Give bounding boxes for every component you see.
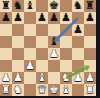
piece-white-queen-d1[interactable]: ♛ bbox=[36, 84, 48, 96]
square-g2[interactable]: ♟ bbox=[72, 72, 84, 84]
chess-app-window: ♜♞♝♚♞♜♟♟♟♟♟♟♟♝♟♟♟♟♝♞♟♟♜♞♛♚♝♜ bbox=[0, 0, 100, 98]
square-c7[interactable] bbox=[24, 12, 36, 24]
piece-black-pawn-h7[interactable]: ♟ bbox=[84, 12, 96, 24]
square-g5[interactable] bbox=[72, 36, 84, 48]
square-f4[interactable] bbox=[60, 48, 72, 60]
piece-white-pawn-e4[interactable]: ♟ bbox=[48, 48, 60, 60]
square-h6[interactable] bbox=[84, 24, 96, 36]
square-f5[interactable] bbox=[60, 36, 72, 48]
piece-white-king-e1[interactable]: ♚ bbox=[48, 84, 60, 96]
square-g8[interactable]: ♞ bbox=[72, 0, 84, 12]
square-b1[interactable]: ♞ bbox=[12, 84, 24, 96]
square-e4[interactable]: ♟ bbox=[48, 48, 60, 60]
square-h4[interactable] bbox=[84, 48, 96, 60]
piece-black-pawn-f7[interactable]: ♟ bbox=[60, 12, 72, 24]
square-e3[interactable] bbox=[48, 60, 60, 72]
square-f1[interactable]: ♝ bbox=[60, 84, 72, 96]
square-g1[interactable] bbox=[72, 84, 84, 96]
square-f6[interactable] bbox=[60, 24, 72, 36]
square-a1[interactable]: ♜ bbox=[0, 84, 12, 96]
square-e1[interactable]: ♚ bbox=[48, 84, 60, 96]
square-d5[interactable] bbox=[36, 36, 48, 48]
square-a4[interactable] bbox=[0, 48, 12, 60]
square-d7[interactable]: ♟ bbox=[36, 12, 48, 24]
square-a6[interactable] bbox=[0, 24, 12, 36]
square-c5[interactable] bbox=[24, 36, 36, 48]
square-d1[interactable]: ♛ bbox=[36, 84, 48, 96]
square-a5[interactable] bbox=[0, 36, 12, 48]
square-d4[interactable] bbox=[36, 48, 48, 60]
piece-black-pawn-d7[interactable]: ♟ bbox=[36, 12, 48, 24]
square-h5[interactable] bbox=[84, 36, 96, 48]
piece-white-pawn-g2[interactable]: ♟ bbox=[72, 72, 84, 84]
square-e7[interactable]: ♟ bbox=[48, 12, 60, 24]
square-c6[interactable] bbox=[24, 24, 36, 36]
piece-white-rook-h1[interactable]: ♜ bbox=[84, 84, 96, 96]
square-h1[interactable]: ♜ bbox=[84, 84, 96, 96]
square-b4[interactable] bbox=[12, 48, 24, 60]
piece-white-pawn-c3[interactable]: ♟ bbox=[24, 60, 36, 72]
square-c1[interactable] bbox=[24, 84, 36, 96]
square-c3[interactable]: ♟ bbox=[24, 60, 36, 72]
piece-black-knight-g8[interactable]: ♞ bbox=[72, 0, 84, 12]
square-a7[interactable]: ♟ bbox=[0, 12, 12, 24]
square-b5[interactable] bbox=[12, 36, 24, 48]
piece-black-bishop-c8[interactable]: ♝ bbox=[24, 0, 36, 12]
piece-white-knight-b1[interactable]: ♞ bbox=[12, 84, 24, 96]
chess-board[interactable]: ♜♞♝♚♞♜♟♟♟♟♟♟♟♝♟♟♟♟♝♞♟♟♜♞♛♚♝♜ bbox=[0, 0, 96, 96]
square-f7[interactable]: ♟ bbox=[60, 12, 72, 24]
square-c8[interactable]: ♝ bbox=[24, 0, 36, 12]
piece-black-pawn-a7[interactable]: ♟ bbox=[0, 12, 12, 24]
square-c2[interactable] bbox=[24, 72, 36, 84]
piece-black-pawn-g6[interactable]: ♟ bbox=[72, 24, 84, 36]
piece-white-rook-a1[interactable]: ♜ bbox=[0, 84, 12, 96]
piece-white-bishop-f1[interactable]: ♝ bbox=[60, 84, 72, 96]
piece-black-pawn-e7[interactable]: ♟ bbox=[48, 12, 60, 24]
square-b7[interactable]: ♟ bbox=[12, 12, 24, 24]
square-b6[interactable] bbox=[12, 24, 24, 36]
square-d6[interactable] bbox=[36, 24, 48, 36]
piece-black-pawn-b7[interactable]: ♟ bbox=[12, 12, 24, 24]
square-g4[interactable] bbox=[72, 48, 84, 60]
square-h7[interactable]: ♟ bbox=[84, 12, 96, 24]
square-g6[interactable]: ♟ bbox=[72, 24, 84, 36]
